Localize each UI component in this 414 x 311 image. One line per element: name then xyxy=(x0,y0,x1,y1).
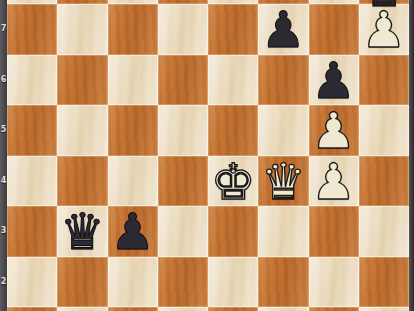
square-d1[interactable] xyxy=(158,307,208,311)
square-c3[interactable]: ♟ xyxy=(108,206,158,257)
square-f7[interactable]: ♟ xyxy=(258,4,308,55)
square-h5[interactable] xyxy=(359,105,409,156)
white-pawn: ♟ xyxy=(311,106,356,156)
square-b6[interactable] xyxy=(57,55,107,106)
square-g7[interactable] xyxy=(309,4,359,55)
square-a1[interactable] xyxy=(7,307,57,311)
square-a2[interactable] xyxy=(7,257,57,308)
square-a6[interactable] xyxy=(7,55,57,106)
right-border-strip xyxy=(409,0,414,311)
black-pawn: ♟ xyxy=(261,5,306,55)
square-c5[interactable] xyxy=(108,105,158,156)
square-e2[interactable] xyxy=(208,257,258,308)
square-h7[interactable]: ♟ xyxy=(359,4,409,55)
square-d2[interactable] xyxy=(158,257,208,308)
rank-label-7: 7 xyxy=(0,24,7,33)
rank-label-5: 5 xyxy=(0,125,7,134)
square-c6[interactable] xyxy=(108,55,158,106)
square-a3[interactable] xyxy=(7,206,57,257)
square-f6[interactable] xyxy=(258,55,308,106)
rank-label-2: 2 xyxy=(0,277,7,286)
square-b2[interactable] xyxy=(57,257,107,308)
square-e6[interactable] xyxy=(208,55,258,106)
square-g3[interactable] xyxy=(309,206,359,257)
square-g2[interactable] xyxy=(309,257,359,308)
white-king: ♚ xyxy=(211,157,256,207)
square-e3[interactable] xyxy=(208,206,258,257)
square-a7[interactable] xyxy=(7,4,57,55)
square-d4[interactable] xyxy=(158,156,208,207)
white-pawn: ♟ xyxy=(361,5,406,55)
square-h6[interactable] xyxy=(359,55,409,106)
square-c2[interactable] xyxy=(108,257,158,308)
square-d5[interactable] xyxy=(158,105,208,156)
square-d3[interactable] xyxy=(158,206,208,257)
square-b1[interactable] xyxy=(57,307,107,311)
rank-label-3: 3 xyxy=(0,226,7,235)
black-queen: ♛ xyxy=(60,207,105,257)
board-viewport: ♚♟♟♟♟♚♛♟♛♟ xyxy=(7,0,409,311)
square-g5[interactable]: ♟ xyxy=(309,105,359,156)
rank-label-4: 4 xyxy=(0,176,7,185)
square-c7[interactable] xyxy=(108,4,158,55)
square-f4[interactable]: ♛ xyxy=(258,156,308,207)
white-pawn: ♟ xyxy=(311,157,356,207)
rank-label-6: 6 xyxy=(0,75,7,84)
square-g6[interactable]: ♟ xyxy=(309,55,359,106)
square-b7[interactable] xyxy=(57,4,107,55)
square-f3[interactable] xyxy=(258,206,308,257)
square-b4[interactable] xyxy=(57,156,107,207)
square-b3[interactable]: ♛ xyxy=(57,206,107,257)
chess-diagram: 7 6 5 4 3 2 ♚♟♟♟♟♚♛♟♛♟ xyxy=(0,0,414,311)
square-a4[interactable] xyxy=(7,156,57,207)
white-queen: ♛ xyxy=(261,157,306,207)
square-b5[interactable] xyxy=(57,105,107,156)
square-d6[interactable] xyxy=(158,55,208,106)
rank-coordinates-strip: 7 6 5 4 3 2 xyxy=(0,0,7,311)
square-h1[interactable] xyxy=(359,307,409,311)
square-f5[interactable] xyxy=(258,105,308,156)
square-f2[interactable] xyxy=(258,257,308,308)
square-h4[interactable] xyxy=(359,156,409,207)
square-d7[interactable] xyxy=(158,4,208,55)
square-c1[interactable] xyxy=(108,307,158,311)
square-e4[interactable]: ♚ xyxy=(208,156,258,207)
square-a5[interactable] xyxy=(7,105,57,156)
square-g1[interactable] xyxy=(309,307,359,311)
square-h2[interactable] xyxy=(359,257,409,308)
black-pawn: ♟ xyxy=(311,56,356,106)
square-e5[interactable] xyxy=(208,105,258,156)
square-g4[interactable]: ♟ xyxy=(309,156,359,207)
square-h3[interactable] xyxy=(359,206,409,257)
square-e7[interactable] xyxy=(208,4,258,55)
square-f1[interactable] xyxy=(258,307,308,311)
chess-board: ♚♟♟♟♟♚♛♟♛♟ xyxy=(7,0,409,311)
square-e1[interactable] xyxy=(208,307,258,311)
black-pawn: ♟ xyxy=(110,207,155,257)
square-c4[interactable] xyxy=(108,156,158,207)
